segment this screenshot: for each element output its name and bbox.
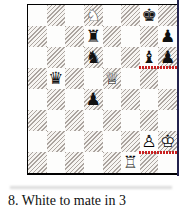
square-h3 (158, 110, 177, 131)
square-h4 (158, 89, 177, 110)
square-h5 (158, 68, 177, 89)
square-h7: ♟ (158, 26, 177, 47)
square-f8 (121, 5, 140, 26)
chess-board: ♞♘♚♜♟♞♝♟♛♛♕♟♟♙♚♔♜♖ (27, 4, 177, 175)
square-e6 (103, 47, 122, 68)
square-e7 (103, 26, 122, 47)
black-king-g8: ♚ (141, 7, 158, 24)
square-c2 (65, 131, 84, 152)
square-a1 (28, 152, 47, 173)
black-queen-b5: ♛ (47, 70, 64, 87)
square-g7 (140, 26, 159, 47)
square-a5 (28, 68, 47, 89)
square-d5 (84, 68, 103, 89)
red-squiggle-artifact-g6h6 (139, 66, 177, 69)
black-knight-d6: ♞ (85, 49, 102, 66)
black-pawn-d4: ♟ (85, 91, 102, 108)
square-f2 (121, 131, 140, 152)
white-rook-f1: ♜♖ (122, 154, 139, 171)
square-b1 (47, 152, 66, 173)
square-f6 (121, 47, 140, 68)
square-e2 (103, 131, 122, 152)
square-c8 (65, 5, 84, 26)
board-right-border (177, 0, 179, 176)
black-pawn-h6: ♟ (159, 49, 176, 66)
square-g3 (140, 110, 159, 131)
square-d8: ♞♘ (84, 5, 103, 26)
square-b8 (47, 5, 66, 26)
square-a2 (28, 131, 47, 152)
square-e5: ♛♕ (103, 68, 122, 89)
square-g1 (140, 152, 159, 173)
square-b5: ♛ (47, 68, 66, 89)
square-e3 (103, 110, 122, 131)
square-g2: ♟♙ (140, 131, 159, 152)
square-b6 (47, 47, 66, 68)
square-d2 (84, 131, 103, 152)
white-queen-e5: ♛♕ (103, 70, 120, 87)
square-f5 (121, 68, 140, 89)
white-pawn-g2: ♟♙ (141, 133, 158, 150)
square-e8 (103, 5, 122, 26)
square-c5 (65, 68, 84, 89)
square-h6: ♟ (158, 47, 177, 68)
black-bishop-g6: ♝ (141, 49, 158, 66)
square-b3 (47, 110, 66, 131)
black-pawn-h7: ♟ (159, 28, 176, 45)
square-h1 (158, 152, 177, 173)
square-e4 (103, 89, 122, 110)
square-f4 (121, 89, 140, 110)
square-a8 (28, 5, 47, 26)
square-h8 (158, 5, 177, 26)
square-a6 (28, 47, 47, 68)
square-d3 (84, 110, 103, 131)
red-squiggle-artifact-g2h2 (139, 151, 177, 154)
white-knight-d8: ♞♘ (85, 7, 102, 24)
square-b2 (47, 131, 66, 152)
square-d1 (84, 152, 103, 173)
white-king-h2: ♚♔ (159, 133, 176, 150)
square-g4 (140, 89, 159, 110)
square-a3 (28, 110, 47, 131)
square-f7 (121, 26, 140, 47)
square-c4 (65, 89, 84, 110)
square-c3 (65, 110, 84, 131)
square-e1 (103, 152, 122, 173)
square-d7: ♜ (84, 26, 103, 47)
square-c6 (65, 47, 84, 68)
square-c1 (65, 152, 84, 173)
square-a4 (28, 89, 47, 110)
square-h2: ♚♔ (158, 131, 177, 152)
square-f3 (121, 110, 140, 131)
square-a7 (28, 26, 47, 47)
square-d6: ♞ (84, 47, 103, 68)
puzzle-page: ♞♘♚♜♟♞♝♟♛♛♕♟♟♙♚♔♜♖ 8. White to mate in 3 (0, 0, 182, 217)
square-f1: ♜♖ (121, 152, 140, 173)
square-d4: ♟ (84, 89, 103, 110)
square-b4 (47, 89, 66, 110)
square-c7 (65, 26, 84, 47)
puzzle-caption: 8. White to mate in 3 (8, 193, 178, 209)
square-g5 (140, 68, 159, 89)
square-g8: ♚ (140, 5, 159, 26)
black-rook-d7: ♜ (85, 28, 102, 45)
scan-smudge-artifact (10, 186, 172, 189)
square-b7 (47, 26, 66, 47)
square-g6: ♝ (140, 47, 159, 68)
